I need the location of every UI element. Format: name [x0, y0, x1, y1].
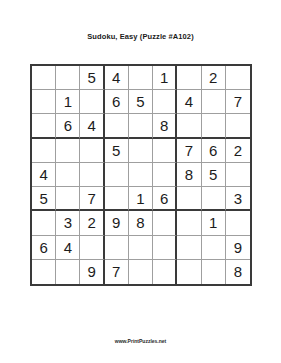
footer-url: www.PrintPuzzles.net [0, 338, 281, 344]
cell-r4c7[interactable]: 7 [177, 139, 201, 163]
cell-r8c3[interactable] [80, 236, 104, 260]
cell-r1c1[interactable] [32, 66, 56, 90]
cell-r7c6[interactable] [153, 211, 177, 235]
cell-r5c8[interactable]: 5 [202, 163, 226, 187]
cell-r8c7[interactable] [177, 236, 201, 260]
cell-r1c7[interactable] [177, 66, 201, 90]
cell-r5c5[interactable] [129, 163, 153, 187]
cell-r1c2[interactable] [56, 66, 80, 90]
cell-r1c6[interactable]: 1 [153, 66, 177, 90]
cell-r5c4[interactable] [105, 163, 129, 187]
cell-r8c2[interactable]: 4 [56, 236, 80, 260]
cell-r4c6[interactable] [153, 139, 177, 163]
cell-r7c5[interactable]: 8 [129, 211, 153, 235]
cell-r3c2[interactable]: 6 [56, 114, 80, 138]
cell-r6c9[interactable]: 3 [226, 187, 250, 211]
sudoku-grid: 54121654764857624855716332981649978 [30, 64, 252, 286]
cell-r9c6[interactable] [153, 260, 177, 284]
cell-r7c7[interactable] [177, 211, 201, 235]
cell-r4c1[interactable] [32, 139, 56, 163]
cell-r4c3[interactable] [80, 139, 104, 163]
cell-r2c7[interactable]: 4 [177, 90, 201, 114]
cell-r7c4[interactable]: 9 [105, 211, 129, 235]
cell-r2c3[interactable] [80, 90, 104, 114]
cell-r1c5[interactable] [129, 66, 153, 90]
cell-r2c1[interactable] [32, 90, 56, 114]
cell-r3c1[interactable] [32, 114, 56, 138]
cell-r6c2[interactable] [56, 187, 80, 211]
cell-r6c3[interactable]: 7 [80, 187, 104, 211]
cell-r8c6[interactable] [153, 236, 177, 260]
cell-r2c9[interactable]: 7 [226, 90, 250, 114]
cell-r3c9[interactable] [226, 114, 250, 138]
cell-r8c8[interactable] [202, 236, 226, 260]
cell-r9c3[interactable]: 9 [80, 260, 104, 284]
cell-r8c9[interactable]: 9 [226, 236, 250, 260]
cell-r2c4[interactable]: 6 [105, 90, 129, 114]
cell-r9c5[interactable] [129, 260, 153, 284]
cell-r9c7[interactable] [177, 260, 201, 284]
cell-r1c8[interactable]: 2 [202, 66, 226, 90]
cell-r7c1[interactable] [32, 211, 56, 235]
cell-r2c2[interactable]: 1 [56, 90, 80, 114]
cell-r2c8[interactable] [202, 90, 226, 114]
cell-r5c2[interactable] [56, 163, 80, 187]
cell-r3c6[interactable]: 8 [153, 114, 177, 138]
cell-r6c1[interactable]: 5 [32, 187, 56, 211]
cell-r4c5[interactable] [129, 139, 153, 163]
cell-r6c8[interactable] [202, 187, 226, 211]
cell-r3c8[interactable] [202, 114, 226, 138]
cell-r2c6[interactable] [153, 90, 177, 114]
cell-r9c8[interactable] [202, 260, 226, 284]
cell-r1c4[interactable]: 4 [105, 66, 129, 90]
cell-r4c2[interactable] [56, 139, 80, 163]
cell-r1c3[interactable]: 5 [80, 66, 104, 90]
cell-r1c9[interactable] [226, 66, 250, 90]
cell-r5c6[interactable] [153, 163, 177, 187]
cell-r5c1[interactable]: 4 [32, 163, 56, 187]
cell-r3c5[interactable] [129, 114, 153, 138]
cell-r2c5[interactable]: 5 [129, 90, 153, 114]
cell-r6c6[interactable]: 6 [153, 187, 177, 211]
cell-r5c9[interactable] [226, 163, 250, 187]
cell-r3c3[interactable]: 4 [80, 114, 104, 138]
cell-r8c1[interactable]: 6 [32, 236, 56, 260]
cell-r6c4[interactable] [105, 187, 129, 211]
cell-r9c4[interactable]: 7 [105, 260, 129, 284]
cell-r3c4[interactable] [105, 114, 129, 138]
cell-r5c3[interactable] [80, 163, 104, 187]
cell-r7c3[interactable]: 2 [80, 211, 104, 235]
cell-r7c9[interactable] [226, 211, 250, 235]
cell-r9c9[interactable]: 8 [226, 260, 250, 284]
cell-r6c7[interactable] [177, 187, 201, 211]
cell-r3c7[interactable] [177, 114, 201, 138]
cell-r4c4[interactable]: 5 [105, 139, 129, 163]
page-title: Sudoku, Easy (Puzzle #A102) [0, 32, 281, 41]
cell-r4c8[interactable]: 6 [202, 139, 226, 163]
cell-r6c5[interactable]: 1 [129, 187, 153, 211]
cell-r5c7[interactable]: 8 [177, 163, 201, 187]
cell-r8c4[interactable] [105, 236, 129, 260]
cell-r9c1[interactable] [32, 260, 56, 284]
cell-r8c5[interactable] [129, 236, 153, 260]
cell-r7c2[interactable]: 3 [56, 211, 80, 235]
cell-r9c2[interactable] [56, 260, 80, 284]
cell-r4c9[interactable]: 2 [226, 139, 250, 163]
cell-r7c8[interactable]: 1 [202, 211, 226, 235]
